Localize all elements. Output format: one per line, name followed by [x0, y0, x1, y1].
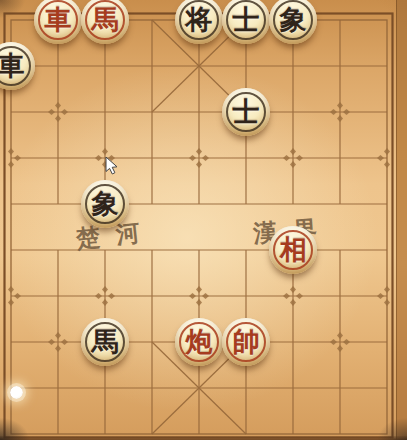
piece-glyph: 帥	[233, 328, 260, 355]
piece-glyph: 馬	[92, 6, 119, 33]
piece-glyph: 象	[280, 6, 307, 33]
piece-glyph: 車	[0, 52, 25, 79]
piece-red-horse[interactable]: 馬	[81, 0, 129, 44]
piece-glyph: 相	[280, 236, 307, 263]
piece-glyph: 車	[45, 6, 72, 33]
piece-black-advisor[interactable]: 士	[222, 0, 270, 44]
piece-red-general[interactable]: 帥	[222, 318, 270, 366]
mouse-cursor-icon	[105, 157, 120, 177]
piece-black-chariot[interactable]: 車	[0, 42, 35, 90]
piece-red-cannon[interactable]: 炮	[175, 318, 223, 366]
piece-black-advisor[interactable]: 士	[222, 88, 270, 136]
piece-glyph: 馬	[92, 328, 119, 355]
move-hint-dot[interactable]	[10, 386, 23, 399]
xiangqi-board: 楚河 漢界 車馬将士象車士象相馬炮帥	[0, 0, 407, 440]
piece-red-elephant[interactable]: 相	[269, 226, 317, 274]
board-right-edge	[396, 0, 407, 440]
piece-black-horse[interactable]: 馬	[81, 318, 129, 366]
piece-glyph: 士	[233, 98, 260, 125]
piece-black-elephant[interactable]: 象	[81, 180, 129, 228]
piece-black-general[interactable]: 将	[175, 0, 223, 44]
board-bottom-edge	[0, 436, 407, 440]
piece-glyph: 士	[233, 6, 260, 33]
piece-glyph: 象	[92, 190, 119, 217]
piece-glyph: 炮	[186, 328, 213, 355]
piece-glyph: 将	[186, 6, 213, 33]
piece-red-chariot[interactable]: 車	[34, 0, 82, 44]
pieces-layer: 車馬将士象車士象相馬炮帥	[0, 0, 407, 440]
piece-black-elephant[interactable]: 象	[269, 0, 317, 44]
